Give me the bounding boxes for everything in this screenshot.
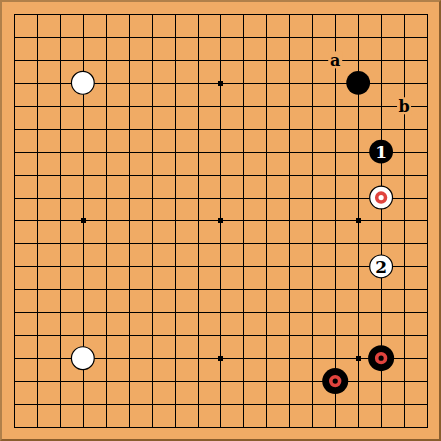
stone-white [71, 347, 94, 370]
star-point [356, 356, 361, 361]
stone-black [346, 71, 370, 95]
stone-black-marked [368, 345, 394, 371]
go-board: 12ab [0, 0, 441, 441]
stone-black-marked [322, 368, 348, 394]
point-label-b: b [398, 97, 409, 116]
star-point [218, 356, 223, 361]
go-board-grid: 12ab [2, 2, 439, 439]
stone-white-marked [370, 186, 393, 209]
star-point [218, 218, 223, 223]
star-point [218, 81, 223, 86]
star-point [356, 218, 361, 223]
stone-number-1: 1 [375, 142, 387, 162]
stone-number-2: 2 [375, 257, 387, 277]
stone-white [71, 71, 94, 94]
star-point [81, 218, 86, 223]
point-label-a: a [330, 51, 340, 70]
